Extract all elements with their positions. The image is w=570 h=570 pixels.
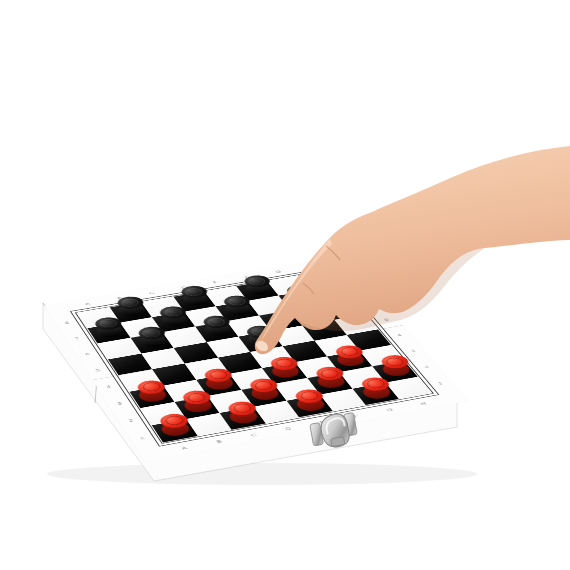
scene: AABBCCDDEEFFGGHH8877665544332211	[0, 0, 570, 570]
hand	[0, 0, 570, 570]
